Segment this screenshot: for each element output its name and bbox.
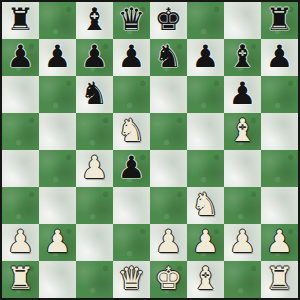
square-b3[interactable] — [39, 187, 76, 224]
square-b4[interactable] — [39, 150, 76, 187]
black-pawn-piece: ♟ — [192, 41, 220, 72]
square-h5[interactable] — [261, 113, 298, 150]
square-f5[interactable] — [187, 113, 224, 150]
square-g6[interactable]: ♟ — [224, 76, 261, 113]
square-b7[interactable]: ♟ — [39, 39, 76, 76]
square-b6[interactable] — [39, 76, 76, 113]
square-g1[interactable] — [224, 261, 261, 298]
square-d6[interactable] — [113, 76, 150, 113]
square-f4[interactable] — [187, 150, 224, 187]
square-c2[interactable] — [76, 224, 113, 261]
white-pawn-piece: ♟ — [155, 226, 183, 257]
black-pawn-piece: ♟ — [266, 41, 294, 72]
square-c1[interactable] — [76, 261, 113, 298]
square-g8[interactable] — [224, 2, 261, 39]
black-pawn-piece: ♟ — [7, 41, 35, 72]
square-h6[interactable] — [261, 76, 298, 113]
square-a5[interactable] — [2, 113, 39, 150]
square-g4[interactable] — [224, 150, 261, 187]
white-king-piece: ♚ — [155, 263, 183, 294]
square-h2[interactable]: ♟ — [261, 224, 298, 261]
square-f6[interactable] — [187, 76, 224, 113]
square-e8[interactable]: ♚ — [150, 2, 187, 39]
white-pawn-piece: ♟ — [192, 226, 220, 257]
square-c5[interactable] — [76, 113, 113, 150]
square-g5[interactable]: ♝ — [224, 113, 261, 150]
black-bishop-piece: ♝ — [81, 4, 109, 35]
square-h1[interactable]: ♜ — [261, 261, 298, 298]
black-pawn-piece: ♟ — [81, 41, 109, 72]
white-pawn-piece: ♟ — [7, 226, 35, 257]
square-c8[interactable]: ♝ — [76, 2, 113, 39]
square-c4[interactable]: ♟ — [76, 150, 113, 187]
square-f7[interactable]: ♟ — [187, 39, 224, 76]
black-pawn-piece: ♟ — [118, 152, 146, 183]
white-rook-piece: ♜ — [7, 263, 35, 294]
square-d8[interactable]: ♛ — [113, 2, 150, 39]
square-e2[interactable]: ♟ — [150, 224, 187, 261]
black-pawn-piece: ♟ — [44, 41, 72, 72]
black-queen-piece: ♛ — [118, 4, 146, 35]
white-bishop-piece: ♝ — [229, 115, 257, 146]
square-g2[interactable]: ♟ — [224, 224, 261, 261]
square-e6[interactable] — [150, 76, 187, 113]
square-c6[interactable]: ♞ — [76, 76, 113, 113]
white-pawn-piece: ♟ — [44, 226, 72, 257]
chess-board-frame: ♜♝♛♚♜♟♟♟♟♞♟♝♟♞♟♞♝♟♟♞♟♟♟♟♟♟♜♛♚♝♜ — [0, 0, 300, 300]
square-e4[interactable] — [150, 150, 187, 187]
square-a1[interactable]: ♜ — [2, 261, 39, 298]
square-d4[interactable]: ♟ — [113, 150, 150, 187]
square-h8[interactable]: ♜ — [261, 2, 298, 39]
white-pawn-piece: ♟ — [266, 226, 294, 257]
square-h7[interactable]: ♟ — [261, 39, 298, 76]
black-bishop-piece: ♝ — [229, 41, 257, 72]
square-e5[interactable] — [150, 113, 187, 150]
square-b5[interactable] — [39, 113, 76, 150]
square-c7[interactable]: ♟ — [76, 39, 113, 76]
white-queen-piece: ♛ — [118, 263, 146, 294]
black-rook-piece: ♜ — [7, 4, 35, 35]
square-h3[interactable] — [261, 187, 298, 224]
square-f8[interactable] — [187, 2, 224, 39]
black-pawn-piece: ♟ — [118, 41, 146, 72]
square-e3[interactable] — [150, 187, 187, 224]
white-bishop-piece: ♝ — [192, 263, 220, 294]
black-rook-piece: ♜ — [266, 4, 294, 35]
square-h4[interactable] — [261, 150, 298, 187]
square-a3[interactable] — [2, 187, 39, 224]
square-d2[interactable] — [113, 224, 150, 261]
square-f1[interactable]: ♝ — [187, 261, 224, 298]
square-a2[interactable]: ♟ — [2, 224, 39, 261]
square-b1[interactable] — [39, 261, 76, 298]
square-a6[interactable] — [2, 76, 39, 113]
square-c3[interactable] — [76, 187, 113, 224]
square-b8[interactable] — [39, 2, 76, 39]
square-a7[interactable]: ♟ — [2, 39, 39, 76]
square-f3[interactable]: ♞ — [187, 187, 224, 224]
black-knight-piece: ♞ — [81, 78, 109, 109]
square-f2[interactable]: ♟ — [187, 224, 224, 261]
square-d5[interactable]: ♞ — [113, 113, 150, 150]
black-pawn-piece: ♟ — [229, 78, 257, 109]
square-a4[interactable] — [2, 150, 39, 187]
chess-board: ♜♝♛♚♜♟♟♟♟♞♟♝♟♞♟♞♝♟♟♞♟♟♟♟♟♟♜♛♚♝♜ — [2, 2, 298, 298]
square-e7[interactable]: ♞ — [150, 39, 187, 76]
black-knight-piece: ♞ — [155, 41, 183, 72]
square-g7[interactable]: ♝ — [224, 39, 261, 76]
square-a8[interactable]: ♜ — [2, 2, 39, 39]
black-king-piece: ♚ — [155, 4, 183, 35]
white-knight-piece: ♞ — [192, 189, 220, 220]
white-pawn-piece: ♟ — [81, 152, 109, 183]
square-e1[interactable]: ♚ — [150, 261, 187, 298]
square-d7[interactable]: ♟ — [113, 39, 150, 76]
square-d3[interactable] — [113, 187, 150, 224]
square-b2[interactable]: ♟ — [39, 224, 76, 261]
square-d1[interactable]: ♛ — [113, 261, 150, 298]
white-pawn-piece: ♟ — [229, 226, 257, 257]
white-rook-piece: ♜ — [266, 263, 294, 294]
white-knight-piece: ♞ — [118, 115, 146, 146]
square-g3[interactable] — [224, 187, 261, 224]
